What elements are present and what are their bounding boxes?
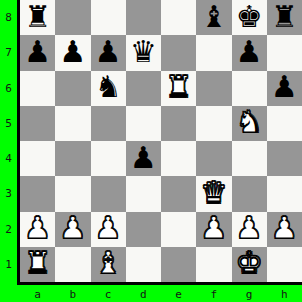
- square-g7[interactable]: ♟: [232, 35, 267, 70]
- rank-label-7: 7: [0, 35, 17, 70]
- piece-white-pawn: ♟: [59, 213, 86, 243]
- piece-black-pawn: ♟: [236, 37, 263, 67]
- rank-labels: 87654321: [0, 0, 17, 282]
- square-h4[interactable]: [267, 141, 302, 176]
- piece-white-pawn: ♟: [200, 213, 227, 243]
- rank-label-4: 4: [0, 141, 17, 176]
- piece-black-king: ♚: [236, 2, 263, 32]
- square-g3[interactable]: [232, 176, 267, 211]
- square-d7[interactable]: ♛: [126, 35, 161, 70]
- board-frame: ♜♝♚♜♟♟♟♛♟♞♜♟♞♟♛♟♟♟♟♟♟♜♝♚: [17, 0, 302, 285]
- rank-label-3: 3: [0, 176, 17, 211]
- square-d5[interactable]: [126, 106, 161, 141]
- piece-white-pawn: ♟: [271, 213, 298, 243]
- square-e3[interactable]: [161, 176, 196, 211]
- piece-black-pawn: ♟: [59, 37, 86, 67]
- rank-label-6: 6: [0, 71, 17, 106]
- square-g8[interactable]: ♚: [232, 0, 267, 35]
- file-label-d: d: [126, 285, 161, 302]
- rank-label-2: 2: [0, 212, 17, 247]
- square-f1[interactable]: [196, 247, 231, 282]
- square-g4[interactable]: [232, 141, 267, 176]
- file-label-h: h: [267, 285, 302, 302]
- piece-white-queen: ♛: [200, 178, 227, 208]
- square-e1[interactable]: [161, 247, 196, 282]
- piece-black-rook: ♜: [24, 2, 51, 32]
- square-g5[interactable]: ♞: [232, 106, 267, 141]
- piece-black-pawn: ♟: [95, 37, 122, 67]
- file-labels: abcdefgh: [20, 285, 302, 302]
- square-a4[interactable]: [20, 141, 55, 176]
- square-h2[interactable]: ♟: [267, 212, 302, 247]
- square-h3[interactable]: [267, 176, 302, 211]
- square-f2[interactable]: ♟: [196, 212, 231, 247]
- square-b3[interactable]: [55, 176, 90, 211]
- square-h7[interactable]: [267, 35, 302, 70]
- square-d2[interactable]: [126, 212, 161, 247]
- square-f4[interactable]: [196, 141, 231, 176]
- piece-black-pawn: ♟: [271, 72, 298, 102]
- square-c8[interactable]: [91, 0, 126, 35]
- square-b5[interactable]: [55, 106, 90, 141]
- square-d8[interactable]: [126, 0, 161, 35]
- square-d4[interactable]: ♟: [126, 141, 161, 176]
- file-label-e: e: [161, 285, 196, 302]
- piece-white-king: ♚: [236, 248, 263, 278]
- rank-label-8: 8: [0, 0, 17, 35]
- square-a1[interactable]: ♜: [20, 247, 55, 282]
- square-h6[interactable]: ♟: [267, 71, 302, 106]
- square-f8[interactable]: ♝: [196, 0, 231, 35]
- file-label-b: b: [55, 285, 90, 302]
- file-label-c: c: [91, 285, 126, 302]
- square-c5[interactable]: [91, 106, 126, 141]
- square-a6[interactable]: [20, 71, 55, 106]
- square-g1[interactable]: ♚: [232, 247, 267, 282]
- square-h8[interactable]: ♜: [267, 0, 302, 35]
- square-f7[interactable]: [196, 35, 231, 70]
- square-d6[interactable]: [126, 71, 161, 106]
- square-e2[interactable]: [161, 212, 196, 247]
- square-c4[interactable]: [91, 141, 126, 176]
- square-h1[interactable]: [267, 247, 302, 282]
- square-e8[interactable]: [161, 0, 196, 35]
- piece-black-queen: ♛: [130, 37, 157, 67]
- square-c6[interactable]: ♞: [91, 71, 126, 106]
- square-c1[interactable]: ♝: [91, 247, 126, 282]
- square-a8[interactable]: ♜: [20, 0, 55, 35]
- chess-board: ♜♝♚♜♟♟♟♛♟♞♜♟♞♟♛♟♟♟♟♟♟♜♝♚: [20, 0, 302, 282]
- square-e5[interactable]: [161, 106, 196, 141]
- square-b4[interactable]: [55, 141, 90, 176]
- file-label-a: a: [20, 285, 55, 302]
- square-f5[interactable]: [196, 106, 231, 141]
- piece-black-knight: ♞: [95, 72, 122, 102]
- piece-white-knight: ♞: [236, 107, 263, 137]
- square-h5[interactable]: [267, 106, 302, 141]
- piece-white-pawn: ♟: [24, 213, 51, 243]
- square-e7[interactable]: [161, 35, 196, 70]
- square-g6[interactable]: [232, 71, 267, 106]
- square-e4[interactable]: [161, 141, 196, 176]
- square-e6[interactable]: ♜: [161, 71, 196, 106]
- chess-board-screen: 87654321 ♜♝♚♜♟♟♟♛♟♞♜♟♞♟♛♟♟♟♟♟♟♜♝♚ abcdef…: [0, 0, 302, 302]
- square-a7[interactable]: ♟: [20, 35, 55, 70]
- square-c7[interactable]: ♟: [91, 35, 126, 70]
- square-d1[interactable]: [126, 247, 161, 282]
- square-c2[interactable]: ♟: [91, 212, 126, 247]
- square-b7[interactable]: ♟: [55, 35, 90, 70]
- piece-white-rook: ♜: [165, 72, 192, 102]
- piece-white-bishop: ♝: [95, 248, 122, 278]
- piece-black-rook: ♜: [271, 2, 298, 32]
- square-a2[interactable]: ♟: [20, 212, 55, 247]
- square-a3[interactable]: [20, 176, 55, 211]
- square-b8[interactable]: [55, 0, 90, 35]
- square-f3[interactable]: ♛: [196, 176, 231, 211]
- square-d3[interactable]: [126, 176, 161, 211]
- square-c3[interactable]: [91, 176, 126, 211]
- square-b6[interactable]: [55, 71, 90, 106]
- file-label-f: f: [196, 285, 231, 302]
- piece-white-pawn: ♟: [236, 213, 263, 243]
- square-f6[interactable]: [196, 71, 231, 106]
- square-b1[interactable]: [55, 247, 90, 282]
- piece-black-bishop: ♝: [200, 2, 227, 32]
- piece-black-pawn: ♟: [24, 37, 51, 67]
- square-b2[interactable]: ♟: [55, 212, 90, 247]
- piece-white-pawn: ♟: [95, 213, 122, 243]
- rank-label-5: 5: [0, 106, 17, 141]
- piece-black-pawn: ♟: [130, 143, 157, 173]
- square-g2[interactable]: ♟: [232, 212, 267, 247]
- file-label-g: g: [232, 285, 267, 302]
- piece-white-rook: ♜: [24, 248, 51, 278]
- rank-label-1: 1: [0, 247, 17, 282]
- square-a5[interactable]: [20, 106, 55, 141]
